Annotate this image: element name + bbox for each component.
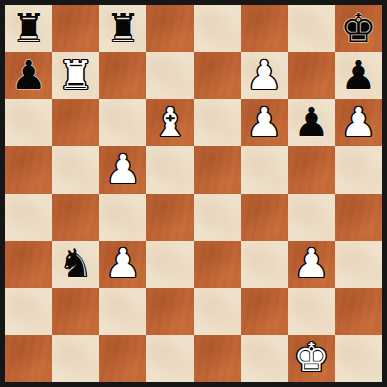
square-e6[interactable] bbox=[194, 99, 241, 146]
chess-board: ♜♜♚♟♜♟♟♝♟♟♟♟♞♟♟♚ bbox=[5, 5, 382, 382]
square-b3[interactable]: ♞ bbox=[52, 241, 99, 288]
square-f3[interactable] bbox=[241, 241, 288, 288]
square-b7[interactable]: ♜ bbox=[52, 52, 99, 99]
square-e4[interactable] bbox=[194, 194, 241, 241]
square-e7[interactable] bbox=[194, 52, 241, 99]
square-a3[interactable] bbox=[5, 241, 52, 288]
square-h3[interactable] bbox=[335, 241, 382, 288]
black-pawn-g6: ♟ bbox=[293, 102, 329, 142]
square-a5[interactable] bbox=[5, 146, 52, 193]
square-b4[interactable] bbox=[52, 194, 99, 241]
square-e1[interactable] bbox=[194, 335, 241, 382]
white-pawn-h6: ♟ bbox=[341, 102, 377, 142]
square-a4[interactable] bbox=[5, 194, 52, 241]
square-c1[interactable] bbox=[99, 335, 146, 382]
square-h2[interactable] bbox=[335, 288, 382, 335]
square-a8[interactable]: ♜ bbox=[5, 5, 52, 52]
black-pawn-a7: ♟ bbox=[11, 55, 47, 95]
black-knight-b3: ♞ bbox=[58, 243, 94, 283]
square-b8[interactable] bbox=[52, 5, 99, 52]
square-d1[interactable] bbox=[146, 335, 193, 382]
square-f4[interactable] bbox=[241, 194, 288, 241]
square-d7[interactable] bbox=[146, 52, 193, 99]
white-pawn-g3: ♟ bbox=[293, 243, 329, 283]
white-king-g1: ♚ bbox=[293, 337, 329, 377]
square-b6[interactable] bbox=[52, 99, 99, 146]
square-h5[interactable] bbox=[335, 146, 382, 193]
chess-board-frame: ♜♜♚♟♜♟♟♝♟♟♟♟♞♟♟♚ bbox=[0, 0, 387, 387]
square-h6[interactable]: ♟ bbox=[335, 99, 382, 146]
square-a1[interactable] bbox=[5, 335, 52, 382]
square-g8[interactable] bbox=[288, 5, 335, 52]
square-e8[interactable] bbox=[194, 5, 241, 52]
square-g6[interactable]: ♟ bbox=[288, 99, 335, 146]
square-c4[interactable] bbox=[99, 194, 146, 241]
square-g2[interactable] bbox=[288, 288, 335, 335]
square-d8[interactable] bbox=[146, 5, 193, 52]
black-king-h8: ♚ bbox=[341, 8, 377, 48]
square-f8[interactable] bbox=[241, 5, 288, 52]
square-a2[interactable] bbox=[5, 288, 52, 335]
white-pawn-f6: ♟ bbox=[246, 102, 282, 142]
square-d5[interactable] bbox=[146, 146, 193, 193]
square-d3[interactable] bbox=[146, 241, 193, 288]
square-a7[interactable]: ♟ bbox=[5, 52, 52, 99]
white-pawn-f7: ♟ bbox=[246, 55, 282, 95]
square-e5[interactable] bbox=[194, 146, 241, 193]
square-f5[interactable] bbox=[241, 146, 288, 193]
white-rook-b7: ♜ bbox=[58, 55, 94, 95]
square-e3[interactable] bbox=[194, 241, 241, 288]
square-h1[interactable] bbox=[335, 335, 382, 382]
square-g3[interactable]: ♟ bbox=[288, 241, 335, 288]
black-pawn-h7: ♟ bbox=[341, 55, 377, 95]
square-b5[interactable] bbox=[52, 146, 99, 193]
square-f6[interactable]: ♟ bbox=[241, 99, 288, 146]
square-f2[interactable] bbox=[241, 288, 288, 335]
square-e2[interactable] bbox=[194, 288, 241, 335]
square-d6[interactable]: ♝ bbox=[146, 99, 193, 146]
black-rook-a8: ♜ bbox=[11, 8, 47, 48]
square-b1[interactable] bbox=[52, 335, 99, 382]
square-c8[interactable]: ♜ bbox=[99, 5, 146, 52]
square-c5[interactable]: ♟ bbox=[99, 146, 146, 193]
square-g5[interactable] bbox=[288, 146, 335, 193]
square-f1[interactable] bbox=[241, 335, 288, 382]
black-rook-c8: ♜ bbox=[105, 8, 141, 48]
square-c7[interactable] bbox=[99, 52, 146, 99]
square-h7[interactable]: ♟ bbox=[335, 52, 382, 99]
square-g1[interactable]: ♚ bbox=[288, 335, 335, 382]
square-d2[interactable] bbox=[146, 288, 193, 335]
square-g7[interactable] bbox=[288, 52, 335, 99]
square-b2[interactable] bbox=[52, 288, 99, 335]
white-pawn-c5: ♟ bbox=[105, 149, 141, 189]
square-h4[interactable] bbox=[335, 194, 382, 241]
square-d4[interactable] bbox=[146, 194, 193, 241]
white-pawn-c3: ♟ bbox=[105, 243, 141, 283]
square-a6[interactable] bbox=[5, 99, 52, 146]
square-c2[interactable] bbox=[99, 288, 146, 335]
square-f7[interactable]: ♟ bbox=[241, 52, 288, 99]
square-h8[interactable]: ♚ bbox=[335, 5, 382, 52]
white-bishop-d6: ♝ bbox=[152, 102, 188, 142]
square-c3[interactable]: ♟ bbox=[99, 241, 146, 288]
square-c6[interactable] bbox=[99, 99, 146, 146]
square-g4[interactable] bbox=[288, 194, 335, 241]
